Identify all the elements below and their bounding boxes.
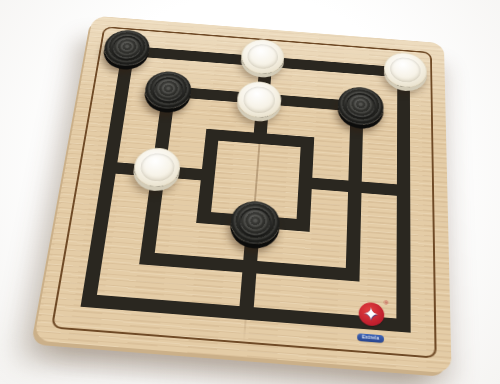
estrela-logo: ® ✦ Estrela bbox=[352, 301, 389, 344]
point-g1[interactable] bbox=[395, 317, 411, 333]
point-f4[interactable] bbox=[347, 180, 363, 194]
board-scene: ® ✦ Estrela bbox=[34, 16, 452, 374]
product-photo: ® ✦ Estrela bbox=[0, 0, 500, 384]
estrela-star-icon: ✦ bbox=[358, 302, 384, 327]
point-f2[interactable] bbox=[344, 267, 360, 283]
registered-mark: ® bbox=[384, 300, 389, 306]
estrela-banner: Estrela bbox=[357, 333, 384, 343]
brand-name: Estrela bbox=[362, 334, 380, 342]
game-board: ® ✦ Estrela bbox=[34, 16, 452, 374]
point-g4[interactable] bbox=[396, 183, 411, 197]
